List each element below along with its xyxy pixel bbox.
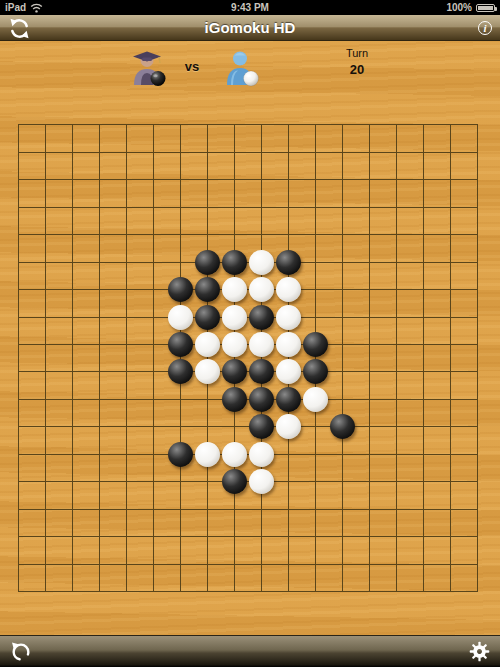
board-cell[interactable] [248, 221, 275, 248]
board-cell[interactable] [113, 496, 140, 523]
board-cell[interactable] [113, 193, 140, 220]
board-cell[interactable] [329, 496, 356, 523]
board-cell[interactable] [302, 166, 329, 193]
board-cell[interactable] [383, 248, 410, 275]
board-cell[interactable] [329, 193, 356, 220]
board-cell[interactable] [113, 111, 140, 138]
board-cell[interactable] [140, 523, 167, 550]
board-cell[interactable] [329, 166, 356, 193]
board-cell[interactable] [5, 303, 32, 330]
board-cell[interactable] [5, 276, 32, 303]
board-cell[interactable] [410, 331, 437, 358]
board-cell[interactable] [194, 468, 221, 495]
board-cell[interactable] [5, 468, 32, 495]
board-cell[interactable] [221, 413, 248, 440]
board-cell[interactable] [221, 331, 248, 358]
board-cell[interactable] [383, 331, 410, 358]
board-cell[interactable] [86, 578, 113, 605]
board-cell[interactable] [86, 413, 113, 440]
board-cell[interactable] [248, 468, 275, 495]
board-cell[interactable] [464, 248, 491, 275]
board-cell[interactable] [113, 248, 140, 275]
board-cell[interactable] [86, 468, 113, 495]
board-cell[interactable] [194, 358, 221, 385]
board-cell[interactable] [437, 276, 464, 303]
board-cell[interactable] [167, 358, 194, 385]
board-cell[interactable] [248, 386, 275, 413]
board-cell[interactable] [59, 331, 86, 358]
board-cell[interactable] [248, 276, 275, 303]
board-cell[interactable] [464, 496, 491, 523]
board-cell[interactable] [464, 551, 491, 578]
board-cell[interactable] [464, 166, 491, 193]
board-cell[interactable] [302, 303, 329, 330]
board-cell[interactable] [167, 413, 194, 440]
board-cell[interactable] [194, 386, 221, 413]
board-cell[interactable] [194, 496, 221, 523]
board-cell[interactable] [167, 578, 194, 605]
board-cell[interactable] [410, 441, 437, 468]
board-cell[interactable] [302, 413, 329, 440]
board-cell[interactable] [86, 193, 113, 220]
board-cell[interactable] [275, 303, 302, 330]
board-cell[interactable] [221, 551, 248, 578]
board-cell[interactable] [464, 193, 491, 220]
board-cell[interactable] [248, 496, 275, 523]
board-cell[interactable] [383, 138, 410, 165]
board-cell[interactable] [113, 221, 140, 248]
board-cell[interactable] [302, 221, 329, 248]
board-cell[interactable] [410, 193, 437, 220]
board-cell[interactable] [464, 276, 491, 303]
board-cell[interactable] [356, 523, 383, 550]
board-cell[interactable] [356, 386, 383, 413]
board-cell[interactable] [248, 193, 275, 220]
board-cell[interactable] [167, 331, 194, 358]
board-cell[interactable] [437, 221, 464, 248]
board-cell[interactable] [59, 386, 86, 413]
board-cell[interactable] [464, 441, 491, 468]
board-cell[interactable] [383, 276, 410, 303]
board-cell[interactable] [59, 193, 86, 220]
board-cell[interactable] [59, 523, 86, 550]
board-cell[interactable] [86, 248, 113, 275]
board-cell[interactable] [356, 248, 383, 275]
board-cell[interactable] [302, 551, 329, 578]
board-cell[interactable] [221, 193, 248, 220]
board-cell[interactable] [275, 551, 302, 578]
board-cell[interactable] [329, 413, 356, 440]
board-cell[interactable] [356, 578, 383, 605]
board-cell[interactable] [464, 468, 491, 495]
board-cell[interactable] [140, 413, 167, 440]
board-cell[interactable] [356, 111, 383, 138]
board-cell[interactable] [248, 551, 275, 578]
board-cell[interactable] [5, 248, 32, 275]
board-cell[interactable] [302, 496, 329, 523]
board-cell[interactable] [5, 221, 32, 248]
settings-button[interactable] [469, 641, 490, 662]
board-cell[interactable] [410, 138, 437, 165]
board-cell[interactable] [383, 193, 410, 220]
board-cell[interactable] [329, 303, 356, 330]
board-cell[interactable] [275, 468, 302, 495]
board-cell[interactable] [356, 551, 383, 578]
board-cell[interactable] [356, 138, 383, 165]
board-cell[interactable] [410, 386, 437, 413]
board-cell[interactable] [59, 303, 86, 330]
board-cell[interactable] [383, 111, 410, 138]
board-cell[interactable] [32, 331, 59, 358]
board-cell[interactable] [410, 303, 437, 330]
board-cell[interactable] [248, 166, 275, 193]
board-cell[interactable] [167, 551, 194, 578]
board-cell[interactable] [86, 276, 113, 303]
board-cell[interactable] [59, 358, 86, 385]
board-cell[interactable] [113, 413, 140, 440]
board-cell[interactable] [356, 358, 383, 385]
new-game-button[interactable] [0, 15, 39, 41]
board-cell[interactable] [167, 221, 194, 248]
board-cell[interactable] [194, 111, 221, 138]
board-cell[interactable] [275, 138, 302, 165]
board-cell[interactable] [356, 193, 383, 220]
board-cell[interactable] [437, 303, 464, 330]
board-cell[interactable] [32, 441, 59, 468]
board-cell[interactable] [86, 358, 113, 385]
board-cell[interactable] [221, 496, 248, 523]
board-cell[interactable] [221, 386, 248, 413]
board-cell[interactable] [221, 578, 248, 605]
board-cell[interactable] [140, 276, 167, 303]
board-cell[interactable] [86, 303, 113, 330]
board-cell[interactable] [32, 111, 59, 138]
board-cell[interactable] [194, 303, 221, 330]
board-cell[interactable] [194, 193, 221, 220]
board-cell[interactable] [167, 441, 194, 468]
board-cell[interactable] [329, 276, 356, 303]
board-cell[interactable] [5, 166, 32, 193]
board-cell[interactable] [194, 248, 221, 275]
board-cell[interactable] [437, 441, 464, 468]
board-cell[interactable] [86, 331, 113, 358]
board-cell[interactable] [140, 331, 167, 358]
board-cell[interactable] [248, 413, 275, 440]
board-cell[interactable] [383, 578, 410, 605]
board-cell[interactable] [275, 111, 302, 138]
board-cell[interactable] [302, 386, 329, 413]
board-cell[interactable] [32, 166, 59, 193]
board-cell[interactable] [275, 496, 302, 523]
board-cell[interactable] [167, 166, 194, 193]
info-button[interactable]: i [470, 15, 500, 41]
board-cell[interactable] [437, 413, 464, 440]
board-cell[interactable] [194, 441, 221, 468]
board-cell[interactable] [113, 523, 140, 550]
board-cell[interactable] [302, 523, 329, 550]
board-cell[interactable] [356, 303, 383, 330]
board-cell[interactable] [464, 578, 491, 605]
board-cell[interactable] [302, 111, 329, 138]
board-cell[interactable] [86, 496, 113, 523]
board-cell[interactable] [140, 358, 167, 385]
board-cell[interactable] [437, 248, 464, 275]
board-cell[interactable] [329, 523, 356, 550]
board-cell[interactable] [32, 413, 59, 440]
board-cell[interactable] [464, 358, 491, 385]
board-cell[interactable] [5, 413, 32, 440]
board-cell[interactable] [32, 468, 59, 495]
board-cell[interactable] [221, 303, 248, 330]
board-cell[interactable] [437, 496, 464, 523]
board-cell[interactable] [140, 248, 167, 275]
board-cell[interactable] [329, 468, 356, 495]
board-cell[interactable] [383, 303, 410, 330]
board-cell[interactable] [5, 551, 32, 578]
board-cell[interactable] [275, 166, 302, 193]
board-cell[interactable] [5, 578, 32, 605]
board-cell[interactable] [248, 111, 275, 138]
board-cell[interactable] [59, 551, 86, 578]
board-cell[interactable] [329, 578, 356, 605]
board-cell[interactable] [275, 578, 302, 605]
board-cell[interactable] [32, 523, 59, 550]
board-cell[interactable] [275, 413, 302, 440]
board-cell[interactable] [464, 221, 491, 248]
board-cell[interactable] [329, 441, 356, 468]
undo-button[interactable] [10, 641, 32, 663]
board-cell[interactable] [437, 358, 464, 385]
board-cell[interactable] [167, 138, 194, 165]
board-cell[interactable] [410, 578, 437, 605]
board-cell[interactable] [32, 578, 59, 605]
board-cell[interactable] [383, 468, 410, 495]
board-cell[interactable] [275, 523, 302, 550]
board-cell[interactable] [275, 386, 302, 413]
board-cell[interactable] [356, 166, 383, 193]
board-cell[interactable] [140, 138, 167, 165]
board-cell[interactable] [437, 138, 464, 165]
board-cell[interactable] [356, 331, 383, 358]
board-cell[interactable] [464, 111, 491, 138]
board-cell[interactable] [86, 221, 113, 248]
board-cell[interactable] [140, 496, 167, 523]
board-cell[interactable] [302, 276, 329, 303]
board-cell[interactable] [383, 221, 410, 248]
board-cell[interactable] [194, 523, 221, 550]
board-cell[interactable] [464, 138, 491, 165]
board-cell[interactable] [113, 276, 140, 303]
board-cell[interactable] [86, 441, 113, 468]
board-cell[interactable] [383, 166, 410, 193]
board-cell[interactable] [437, 331, 464, 358]
board-cell[interactable] [383, 358, 410, 385]
board-cell[interactable] [32, 138, 59, 165]
board-cell[interactable] [221, 248, 248, 275]
board-cell[interactable] [140, 166, 167, 193]
board-cell[interactable] [113, 303, 140, 330]
board-cell[interactable] [113, 166, 140, 193]
board-cell[interactable] [167, 496, 194, 523]
board-cell[interactable] [410, 166, 437, 193]
board-cell[interactable] [329, 358, 356, 385]
board-cell[interactable] [302, 193, 329, 220]
board-cell[interactable] [167, 386, 194, 413]
board-cell[interactable] [356, 496, 383, 523]
board-cell[interactable] [221, 358, 248, 385]
board-cell[interactable] [59, 468, 86, 495]
board-cell[interactable] [86, 111, 113, 138]
board-cell[interactable] [59, 441, 86, 468]
board-cell[interactable] [113, 441, 140, 468]
board-cell[interactable] [248, 441, 275, 468]
board-cell[interactable] [356, 441, 383, 468]
board-cell[interactable] [86, 523, 113, 550]
board-cell[interactable] [275, 248, 302, 275]
board-cell[interactable] [59, 276, 86, 303]
board-cell[interactable] [302, 441, 329, 468]
board-cell[interactable] [59, 166, 86, 193]
board-cell[interactable] [140, 551, 167, 578]
board-cell[interactable] [32, 496, 59, 523]
board-cell[interactable] [5, 441, 32, 468]
board-cell[interactable] [140, 193, 167, 220]
board-cell[interactable] [437, 111, 464, 138]
board-cell[interactable] [113, 358, 140, 385]
board-cell[interactable] [464, 303, 491, 330]
board-cell[interactable] [59, 496, 86, 523]
board-cell[interactable] [167, 193, 194, 220]
board-cell[interactable] [194, 413, 221, 440]
board-cell[interactable] [383, 523, 410, 550]
board-cell[interactable] [356, 413, 383, 440]
board-cell[interactable] [248, 248, 275, 275]
board-cell[interactable] [248, 138, 275, 165]
board-cell[interactable] [275, 221, 302, 248]
board-cell[interactable] [5, 386, 32, 413]
board-cell[interactable] [140, 386, 167, 413]
board-cell[interactable] [410, 551, 437, 578]
board-cell[interactable] [329, 221, 356, 248]
board-cell[interactable] [140, 441, 167, 468]
board-cell[interactable] [275, 193, 302, 220]
board-cell[interactable] [302, 138, 329, 165]
board-cell[interactable] [410, 468, 437, 495]
board-cell[interactable] [113, 468, 140, 495]
board-cell[interactable] [194, 331, 221, 358]
board-cell[interactable] [5, 496, 32, 523]
board-cell[interactable] [167, 303, 194, 330]
board-cell[interactable] [59, 413, 86, 440]
board-cell[interactable] [167, 523, 194, 550]
board-cell[interactable] [302, 578, 329, 605]
board-cell[interactable] [437, 468, 464, 495]
board-cell[interactable] [194, 551, 221, 578]
board-cell[interactable] [167, 248, 194, 275]
board-cell[interactable] [194, 276, 221, 303]
board-cell[interactable] [248, 523, 275, 550]
board-cell[interactable] [248, 303, 275, 330]
board-cell[interactable] [410, 523, 437, 550]
board-cell[interactable] [167, 276, 194, 303]
board-cell[interactable] [194, 578, 221, 605]
board-cell[interactable] [32, 193, 59, 220]
board-cell[interactable] [383, 413, 410, 440]
board-cell[interactable] [221, 111, 248, 138]
board-cell[interactable] [437, 193, 464, 220]
board-cell[interactable] [32, 303, 59, 330]
board-cell[interactable] [329, 386, 356, 413]
board-cell[interactable] [5, 111, 32, 138]
board-cell[interactable] [32, 386, 59, 413]
board-cell[interactable] [356, 468, 383, 495]
board-cell[interactable] [248, 578, 275, 605]
board-cell[interactable] [329, 111, 356, 138]
board-cell[interactable] [356, 276, 383, 303]
board-cell[interactable] [32, 248, 59, 275]
board-cell[interactable] [59, 111, 86, 138]
board-cell[interactable] [59, 248, 86, 275]
board-cell[interactable] [221, 138, 248, 165]
board-cell[interactable] [5, 358, 32, 385]
board-cell[interactable] [113, 551, 140, 578]
board-cell[interactable] [32, 276, 59, 303]
board-cell[interactable] [5, 193, 32, 220]
board-cell[interactable] [410, 248, 437, 275]
board-cell[interactable] [275, 441, 302, 468]
board-cell[interactable] [302, 248, 329, 275]
board-cell[interactable] [140, 221, 167, 248]
board-cell[interactable] [221, 166, 248, 193]
board-cell[interactable] [59, 221, 86, 248]
board-cell[interactable] [410, 413, 437, 440]
board-cell[interactable] [113, 331, 140, 358]
board-cell[interactable] [86, 166, 113, 193]
board-cell[interactable] [5, 331, 32, 358]
board-cell[interactable] [329, 331, 356, 358]
board-cell[interactable] [140, 468, 167, 495]
board-cell[interactable] [302, 468, 329, 495]
board-cell[interactable] [356, 221, 383, 248]
board-cell[interactable] [32, 551, 59, 578]
board-cell[interactable] [113, 386, 140, 413]
board-cell[interactable] [32, 358, 59, 385]
board-cell[interactable] [329, 138, 356, 165]
board-cell[interactable] [5, 138, 32, 165]
board-cell[interactable] [410, 496, 437, 523]
board-cell[interactable] [221, 441, 248, 468]
board-cell[interactable] [59, 138, 86, 165]
board-cell[interactable] [5, 523, 32, 550]
board-cell[interactable] [113, 138, 140, 165]
board-cell[interactable] [113, 578, 140, 605]
board-cell[interactable] [140, 303, 167, 330]
board-cell[interactable] [167, 111, 194, 138]
board-cell[interactable] [437, 551, 464, 578]
board-cell[interactable] [383, 551, 410, 578]
board-cell[interactable] [221, 523, 248, 550]
board-cell[interactable] [410, 276, 437, 303]
board-cell[interactable] [86, 551, 113, 578]
board-cell[interactable] [383, 441, 410, 468]
board-cell[interactable] [59, 578, 86, 605]
board-cell[interactable] [248, 331, 275, 358]
board-cell[interactable] [302, 358, 329, 385]
board-cell[interactable] [32, 221, 59, 248]
board-cell[interactable] [86, 386, 113, 413]
board-cell[interactable] [437, 578, 464, 605]
board-cell[interactable] [464, 331, 491, 358]
